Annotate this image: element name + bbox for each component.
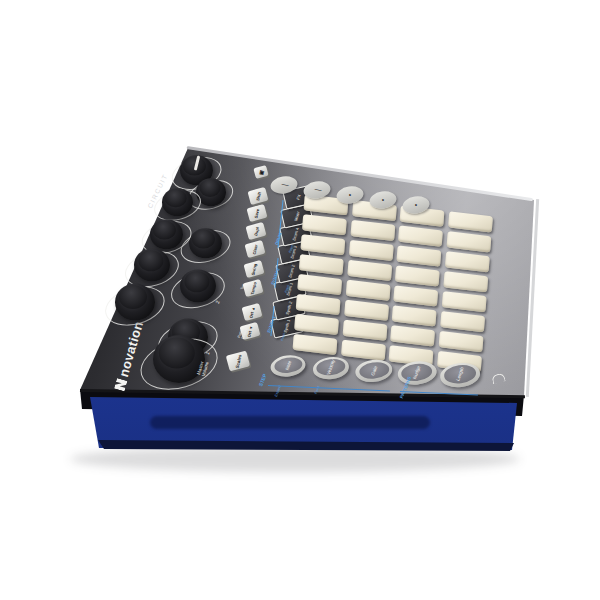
track-key-label: Synth 1: [283, 319, 291, 333]
track-key-label: FX: [296, 194, 302, 200]
macro-knob[interactable]: [162, 187, 193, 218]
function-key-label: Tempo: [249, 281, 257, 295]
grid-pad[interactable]: [445, 251, 490, 272]
macro-knob[interactable]: [134, 247, 170, 283]
grid-pad[interactable]: [390, 326, 435, 347]
grid-pad[interactable]: [442, 291, 487, 312]
track-key-label: Drum 2: [288, 264, 296, 278]
product-photo: novation CIRCUIT Master Volume 1 2 Oct ▼…: [0, 0, 600, 600]
scales-label: Scales: [234, 354, 242, 369]
grid-pad[interactable]: [398, 226, 443, 247]
function-key-label: Swing: [250, 263, 258, 276]
grid-pad[interactable]: [394, 286, 439, 307]
grid-pad[interactable]: [342, 320, 387, 341]
grid-pad[interactable]: [296, 294, 341, 315]
base-groove: [150, 416, 430, 429]
grid-pad[interactable]: [300, 234, 345, 255]
grid-pad[interactable]: [397, 246, 442, 267]
grid-pad[interactable]: [440, 311, 485, 332]
length-button[interactable]: Length: [439, 361, 481, 389]
grid-pad[interactable]: [345, 280, 390, 301]
grid-pad[interactable]: [448, 211, 493, 232]
macro-knob[interactable]: [180, 268, 216, 304]
pad-grid: [290, 192, 495, 374]
function-key-label: Save: [254, 208, 261, 218]
knob-cap: [192, 229, 215, 249]
nudge-button[interactable]: Nudge: [396, 359, 437, 387]
knob-cap: [199, 179, 220, 197]
side-button-glyph: •: [412, 203, 419, 207]
macro-knob[interactable]: [150, 218, 183, 251]
knob-cap: [153, 220, 176, 240]
function-key-label: Dupl: [253, 226, 260, 236]
grid-pad[interactable]: [349, 240, 394, 261]
function-key-label: Oct ▲: [248, 306, 256, 319]
knob-cap: [165, 189, 187, 208]
knob-cap: [119, 285, 147, 309]
grid-pad[interactable]: [443, 271, 488, 292]
track-key-label: Synth 2: [285, 300, 293, 314]
side-button-glyph: •: [346, 193, 353, 197]
grid-pad[interactable]: [292, 334, 337, 355]
grid-pad[interactable]: [446, 231, 491, 252]
function-key-label: Clear: [251, 244, 258, 255]
side-button-glyph: ❘: [313, 186, 321, 193]
side-button-glyph: ❘: [280, 181, 288, 188]
grid-pad[interactable]: [299, 254, 344, 275]
grid-pad[interactable]: [347, 260, 392, 281]
gate-button[interactable]: Gate: [354, 357, 394, 384]
track-key-label: Mixer: [294, 210, 301, 221]
note-button[interactable]: Note: [269, 353, 306, 378]
grid-pad[interactable]: [344, 300, 389, 321]
grid-pad[interactable]: [297, 274, 342, 295]
grid-pad[interactable]: [438, 331, 483, 352]
knob-cap: [138, 250, 163, 272]
corner-key-glyph: ▣: [258, 169, 265, 175]
grid-pad[interactable]: [395, 266, 440, 287]
grid-pad[interactable]: [294, 314, 339, 335]
grid-pad[interactable]: [302, 214, 347, 235]
master-volume-knob[interactable]: [153, 333, 205, 385]
side-button-glyph: •: [379, 198, 386, 202]
grid-pad[interactable]: [350, 220, 395, 241]
macro-knob[interactable]: [189, 227, 222, 260]
macro-knob[interactable]: [115, 282, 155, 322]
grid-pad[interactable]: [392, 306, 437, 327]
function-key-label: Shift: [255, 191, 262, 201]
knob-cap: [184, 271, 209, 293]
